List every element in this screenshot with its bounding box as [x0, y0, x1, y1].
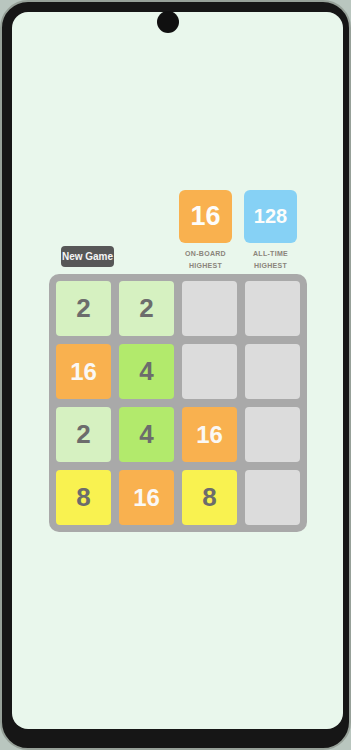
cell-r4c3: 8	[182, 470, 237, 525]
new-game-button-label: New Game	[62, 251, 113, 262]
cell-r3c2: 4	[119, 407, 174, 462]
on-board-highest-tile: 16	[179, 190, 232, 243]
all-time-highest-label: ALL-TIME HIGHEST	[244, 248, 297, 271]
all-time-highest-value: 128	[254, 205, 287, 228]
cell-r2c3	[182, 344, 237, 399]
phone-frame: 16 128 ON-BOARD HIGHEST ALL-TIME HIGHEST…	[0, 0, 351, 750]
on-board-highest-label: ON-BOARD HIGHEST	[179, 248, 232, 271]
cell-r4c1: 8	[56, 470, 111, 525]
cell-r1c1: 2	[56, 281, 111, 336]
cell-r2c2: 4	[119, 344, 174, 399]
cell-r3c3: 16	[182, 407, 237, 462]
game-board[interactable]: 2 2 16 4 2 4 16 8 16 8	[49, 274, 307, 532]
on-board-highest-value: 16	[190, 201, 220, 232]
cell-r1c3	[182, 281, 237, 336]
camera-icon	[157, 11, 179, 33]
all-time-highest-tile: 128	[244, 190, 297, 243]
phone-screen: 16 128 ON-BOARD HIGHEST ALL-TIME HIGHEST…	[12, 12, 343, 729]
cell-r2c4	[245, 344, 300, 399]
cell-r1c4	[245, 281, 300, 336]
cell-r1c2: 2	[119, 281, 174, 336]
new-game-button[interactable]: New Game	[61, 246, 114, 267]
cell-r2c1: 16	[56, 344, 111, 399]
cell-r3c1: 2	[56, 407, 111, 462]
cell-r3c4	[245, 407, 300, 462]
cell-r4c4	[245, 470, 300, 525]
cell-r4c2: 16	[119, 470, 174, 525]
